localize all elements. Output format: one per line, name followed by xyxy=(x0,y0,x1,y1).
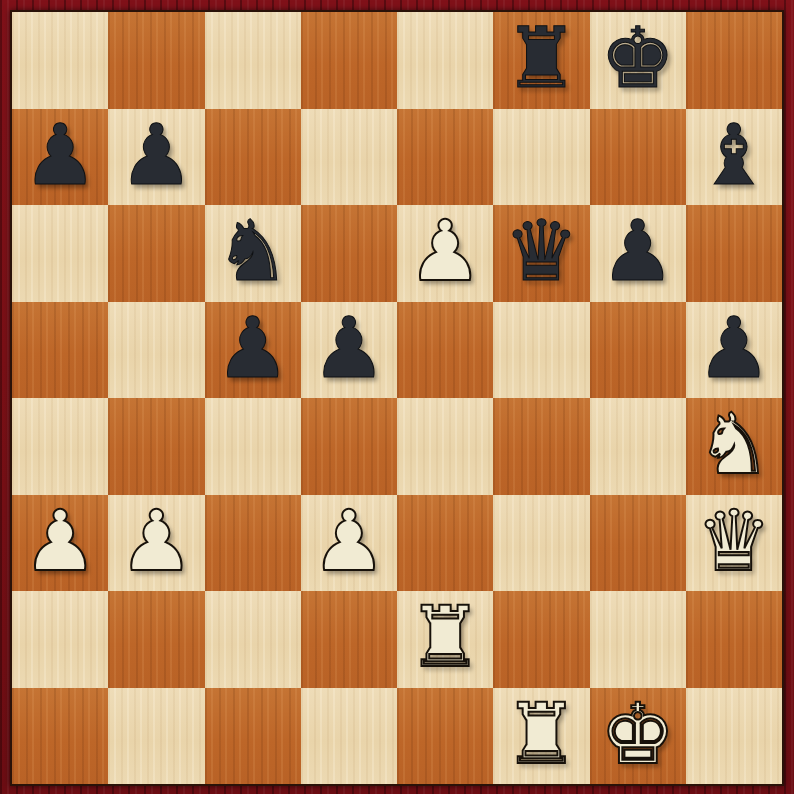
square-h8[interactable] xyxy=(686,12,782,109)
piece-black-pawn[interactable]: ♟ xyxy=(22,113,97,197)
square-e3[interactable] xyxy=(397,495,493,592)
square-d3[interactable]: ♟ xyxy=(301,495,397,592)
piece-black-pawn[interactable]: ♟ xyxy=(600,209,675,293)
square-c6[interactable]: ♞ xyxy=(205,205,301,302)
piece-white-pawn[interactable]: ♟ xyxy=(22,499,97,583)
square-c2[interactable] xyxy=(205,591,301,688)
square-g5[interactable] xyxy=(590,302,686,399)
square-a8[interactable] xyxy=(12,12,108,109)
square-b6[interactable] xyxy=(108,205,204,302)
square-g7[interactable] xyxy=(590,109,686,206)
square-b7[interactable]: ♟ xyxy=(108,109,204,206)
square-b8[interactable] xyxy=(108,12,204,109)
square-a2[interactable] xyxy=(12,591,108,688)
piece-white-rook[interactable]: ♜ xyxy=(407,595,482,679)
piece-black-knight[interactable]: ♞ xyxy=(215,209,290,293)
piece-white-pawn[interactable]: ♟ xyxy=(311,499,386,583)
piece-black-bishop[interactable]: ♝ xyxy=(696,113,771,197)
square-f8[interactable]: ♜ xyxy=(493,12,589,109)
piece-white-pawn[interactable]: ♟ xyxy=(407,209,482,293)
square-h4[interactable]: ♞ xyxy=(686,398,782,495)
square-f6[interactable]: ♛ xyxy=(493,205,589,302)
piece-white-pawn[interactable]: ♟ xyxy=(119,499,194,583)
square-f1[interactable]: ♜ xyxy=(493,688,589,785)
square-d1[interactable] xyxy=(301,688,397,785)
chess-board: ♜♚♟♟♝♞♟♛♟♟♟♟♞♟♟♟♛♜♜♚ xyxy=(10,10,784,786)
square-a5[interactable] xyxy=(12,302,108,399)
square-h3[interactable]: ♛ xyxy=(686,495,782,592)
square-g8[interactable]: ♚ xyxy=(590,12,686,109)
square-g4[interactable] xyxy=(590,398,686,495)
square-g6[interactable]: ♟ xyxy=(590,205,686,302)
square-d7[interactable] xyxy=(301,109,397,206)
piece-black-rook[interactable]: ♜ xyxy=(504,16,579,100)
square-e1[interactable] xyxy=(397,688,493,785)
square-h7[interactable]: ♝ xyxy=(686,109,782,206)
piece-black-pawn[interactable]: ♟ xyxy=(119,113,194,197)
square-a6[interactable] xyxy=(12,205,108,302)
square-a1[interactable] xyxy=(12,688,108,785)
square-h5[interactable]: ♟ xyxy=(686,302,782,399)
square-e7[interactable] xyxy=(397,109,493,206)
square-d2[interactable] xyxy=(301,591,397,688)
square-f7[interactable] xyxy=(493,109,589,206)
square-b4[interactable] xyxy=(108,398,204,495)
chessboard-screenshot: ♜♚♟♟♝♞♟♛♟♟♟♟♞♟♟♟♛♜♜♚ xyxy=(0,0,794,794)
square-d6[interactable] xyxy=(301,205,397,302)
square-c7[interactable] xyxy=(205,109,301,206)
square-c3[interactable] xyxy=(205,495,301,592)
piece-white-queen[interactable]: ♛ xyxy=(696,499,771,583)
piece-white-knight[interactable]: ♞ xyxy=(696,402,771,486)
square-f4[interactable] xyxy=(493,398,589,495)
square-c5[interactable]: ♟ xyxy=(205,302,301,399)
square-e5[interactable] xyxy=(397,302,493,399)
square-a7[interactable]: ♟ xyxy=(12,109,108,206)
piece-black-pawn[interactable]: ♟ xyxy=(696,306,771,390)
square-h1[interactable] xyxy=(686,688,782,785)
square-b1[interactable] xyxy=(108,688,204,785)
square-d4[interactable] xyxy=(301,398,397,495)
square-b2[interactable] xyxy=(108,591,204,688)
piece-black-king[interactable]: ♚ xyxy=(600,16,675,100)
square-d8[interactable] xyxy=(301,12,397,109)
piece-black-pawn[interactable]: ♟ xyxy=(215,306,290,390)
piece-white-king[interactable]: ♚ xyxy=(600,692,675,776)
square-d5[interactable]: ♟ xyxy=(301,302,397,399)
piece-black-pawn[interactable]: ♟ xyxy=(311,306,386,390)
square-e6[interactable]: ♟ xyxy=(397,205,493,302)
square-f3[interactable] xyxy=(493,495,589,592)
square-h6[interactable] xyxy=(686,205,782,302)
square-g1[interactable]: ♚ xyxy=(590,688,686,785)
square-e2[interactable]: ♜ xyxy=(397,591,493,688)
square-g3[interactable] xyxy=(590,495,686,592)
piece-black-queen[interactable]: ♛ xyxy=(504,209,579,293)
square-c1[interactable] xyxy=(205,688,301,785)
square-b3[interactable]: ♟ xyxy=(108,495,204,592)
square-f5[interactable] xyxy=(493,302,589,399)
square-e4[interactable] xyxy=(397,398,493,495)
square-e8[interactable] xyxy=(397,12,493,109)
square-b5[interactable] xyxy=(108,302,204,399)
square-c8[interactable] xyxy=(205,12,301,109)
square-h2[interactable] xyxy=(686,591,782,688)
square-a3[interactable]: ♟ xyxy=(12,495,108,592)
piece-white-rook[interactable]: ♜ xyxy=(504,692,579,776)
square-a4[interactable] xyxy=(12,398,108,495)
square-f2[interactable] xyxy=(493,591,589,688)
square-c4[interactable] xyxy=(205,398,301,495)
square-g2[interactable] xyxy=(590,591,686,688)
